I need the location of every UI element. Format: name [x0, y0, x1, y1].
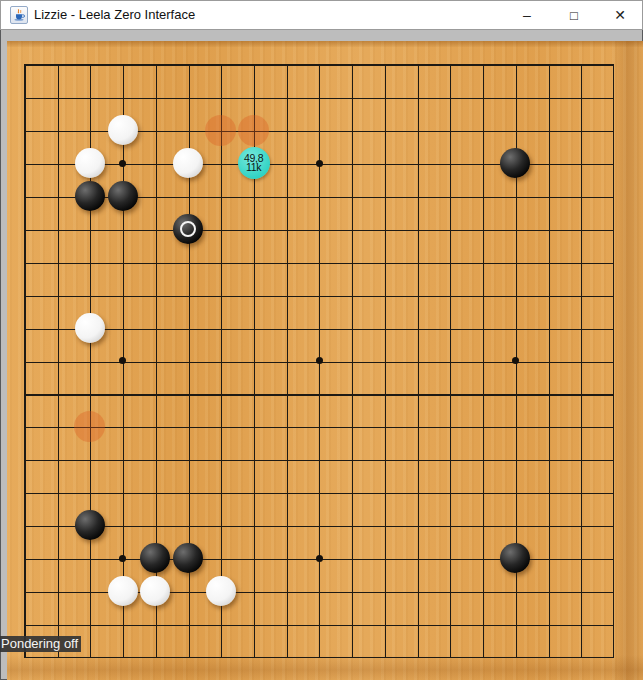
title-bar[interactable]: Lizzie - Leela Zero Interface – □ ✕ [0, 0, 643, 30]
white-stone [75, 148, 105, 178]
white-stone [206, 576, 236, 606]
maximize-button[interactable]: □ [558, 0, 590, 30]
black-stone [75, 181, 105, 211]
best-move-circle[interactable]: 49,811k [238, 147, 270, 179]
minimize-button[interactable]: – [511, 0, 543, 30]
star-point [512, 357, 519, 364]
black-stone [173, 214, 203, 244]
white-stone [75, 313, 105, 343]
best-move-visits: 11k [246, 163, 261, 173]
window-title: Lizzie - Leela Zero Interface [34, 0, 195, 30]
star-point [316, 357, 323, 364]
coffee-cup-icon [12, 8, 26, 22]
star-point [316, 160, 323, 167]
white-stone [173, 148, 203, 178]
star-point [119, 555, 126, 562]
black-stone [108, 181, 138, 211]
star-point [316, 555, 323, 562]
minimize-icon: – [523, 7, 531, 23]
last-move-marker [180, 221, 196, 237]
candidate-move-circle[interactable] [74, 411, 105, 442]
white-stone [140, 576, 170, 606]
black-stone [75, 510, 105, 540]
black-stone [500, 148, 530, 178]
candidate-move-circle[interactable] [238, 115, 269, 146]
black-stone [140, 543, 170, 573]
star-point [119, 160, 126, 167]
star-point [119, 357, 126, 364]
maximize-icon: □ [570, 8, 578, 23]
close-button[interactable]: ✕ [604, 0, 636, 30]
black-stone [173, 543, 203, 573]
board-intersections[interactable]: 49,811k [8, 48, 630, 674]
white-stone [108, 115, 138, 145]
java-app-icon [10, 6, 28, 24]
white-stone [108, 576, 138, 606]
pondering-status-badge: Pondering off [0, 636, 81, 652]
black-stone [500, 543, 530, 573]
app-window: Lizzie - Leela Zero Interface – □ ✕ 49,8… [0, 0, 643, 680]
candidate-move-circle[interactable] [205, 115, 236, 146]
close-icon: ✕ [614, 7, 626, 23]
